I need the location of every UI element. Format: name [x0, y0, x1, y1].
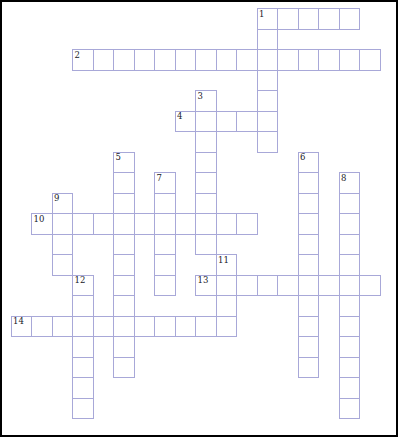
clue-number: 3 — [198, 92, 203, 101]
grid-cell[interactable] — [154, 193, 176, 215]
grid-cell[interactable] — [318, 275, 340, 297]
grid-cell[interactable] — [195, 131, 217, 153]
crossword-puzzle: 1234567891011121314 — [0, 0, 404, 440]
grid-cell[interactable] — [359, 275, 381, 297]
grid-cell[interactable] — [154, 234, 176, 256]
grid-cell[interactable] — [298, 357, 320, 379]
grid-cell[interactable] — [113, 234, 135, 256]
grid-cell[interactable] — [339, 275, 361, 297]
grid-cell[interactable] — [195, 316, 217, 338]
grid-cell[interactable] — [216, 49, 238, 71]
grid-cell[interactable] — [257, 29, 279, 51]
grid-cell[interactable] — [175, 49, 197, 71]
clue-number: 1 — [259, 10, 264, 19]
grid-cell[interactable] — [277, 275, 299, 297]
grid-cell[interactable]: 1 — [257, 8, 279, 30]
grid-cell[interactable] — [195, 234, 217, 256]
clue-number: 5 — [116, 153, 121, 162]
grid-cell[interactable] — [52, 254, 74, 276]
grid-cell[interactable] — [339, 193, 361, 215]
grid-cell[interactable] — [113, 295, 135, 317]
grid-cell[interactable]: 10 — [31, 213, 53, 235]
grid-cell[interactable] — [236, 213, 258, 235]
grid-cell[interactable] — [154, 275, 176, 297]
grid-cell[interactable] — [359, 49, 381, 71]
grid-cell[interactable] — [257, 111, 279, 133]
grid-cell[interactable] — [298, 49, 320, 71]
clue-number: 2 — [75, 51, 80, 60]
grid-cell[interactable] — [113, 49, 135, 71]
grid-cell[interactable] — [339, 295, 361, 317]
grid-cell[interactable] — [72, 295, 94, 317]
grid-cell[interactable] — [113, 316, 135, 338]
grid-cell[interactable]: 8 — [339, 172, 361, 194]
grid-cell[interactable] — [134, 49, 156, 71]
grid-cell[interactable] — [154, 49, 176, 71]
grid-cell[interactable] — [339, 8, 361, 30]
grid-cell[interactable]: 6 — [298, 152, 320, 174]
grid-cell[interactable] — [93, 213, 115, 235]
grid-cell[interactable] — [257, 90, 279, 112]
grid-cell[interactable]: 3 — [195, 90, 217, 112]
grid-cell[interactable] — [236, 49, 258, 71]
grid-cell[interactable]: 9 — [52, 193, 74, 215]
grid-cell[interactable] — [339, 254, 361, 276]
grid-cell[interactable]: 13 — [195, 275, 217, 297]
grid-cell[interactable] — [72, 398, 94, 420]
grid-cell[interactable] — [134, 213, 156, 235]
grid-cell[interactable] — [339, 377, 361, 399]
clue-number: 11 — [218, 256, 229, 265]
clue-number: 9 — [54, 194, 59, 203]
grid-cell[interactable] — [175, 213, 197, 235]
grid-cell[interactable] — [298, 8, 320, 30]
clue-number: 10 — [34, 215, 45, 224]
grid-cell[interactable] — [113, 275, 135, 297]
grid-cell[interactable] — [298, 172, 320, 194]
grid-cell[interactable] — [318, 8, 340, 30]
grid-cell[interactable] — [236, 275, 258, 297]
clue-number: 8 — [341, 174, 346, 183]
grid-cell[interactable] — [339, 398, 361, 420]
clue-number: 4 — [177, 112, 182, 121]
grid-cell[interactable] — [257, 131, 279, 153]
grid-cell[interactable] — [216, 213, 238, 235]
grid-cell[interactable] — [257, 275, 279, 297]
grid-cell[interactable] — [216, 111, 238, 133]
grid-cell[interactable] — [72, 213, 94, 235]
grid-cell[interactable] — [195, 172, 217, 194]
grid-cell[interactable] — [298, 275, 320, 297]
clue-number: 14 — [13, 317, 24, 326]
grid-cell[interactable] — [93, 316, 115, 338]
grid-cell[interactable] — [72, 316, 94, 338]
grid-cell[interactable] — [113, 336, 135, 358]
grid-cell[interactable] — [298, 213, 320, 235]
grid-cell[interactable] — [298, 336, 320, 358]
grid-cell[interactable] — [113, 357, 135, 379]
grid-cell[interactable] — [31, 316, 53, 338]
grid-cell[interactable] — [339, 357, 361, 379]
grid-cell[interactable]: 2 — [72, 49, 94, 71]
grid-cell[interactable] — [195, 193, 217, 215]
grid-cell[interactable] — [339, 213, 361, 235]
grid-cell[interactable] — [277, 49, 299, 71]
grid-cell[interactable]: 4 — [175, 111, 197, 133]
grid-cell[interactable] — [113, 254, 135, 276]
grid-cell[interactable] — [339, 336, 361, 358]
grid-cell[interactable] — [298, 316, 320, 338]
crossword-grid: 1234567891011121314 — [0, 0, 404, 440]
grid-cell[interactable] — [298, 254, 320, 276]
grid-cell[interactable] — [52, 316, 74, 338]
grid-cell[interactable] — [298, 234, 320, 256]
grid-cell[interactable] — [195, 152, 217, 174]
grid-cell[interactable]: 11 — [216, 254, 238, 276]
grid-cell[interactable] — [298, 295, 320, 317]
grid-cell[interactable] — [72, 357, 94, 379]
clue-number: 7 — [157, 174, 162, 183]
grid-cell[interactable] — [154, 254, 176, 276]
grid-cell[interactable] — [318, 49, 340, 71]
grid-cell[interactable] — [257, 70, 279, 92]
clue-number: 12 — [75, 276, 86, 285]
grid-cell[interactable] — [175, 316, 197, 338]
clue-number: 13 — [198, 276, 209, 285]
grid-cell[interactable] — [216, 295, 238, 317]
grid-cell[interactable] — [257, 49, 279, 71]
grid-cell[interactable] — [113, 172, 135, 194]
grid-cell[interactable] — [339, 49, 361, 71]
grid-cell[interactable] — [236, 111, 258, 133]
grid-cell[interactable] — [216, 275, 238, 297]
grid-cell[interactable]: 12 — [72, 275, 94, 297]
grid-cell[interactable] — [277, 8, 299, 30]
grid-cell[interactable] — [93, 49, 115, 71]
grid-cell[interactable] — [339, 316, 361, 338]
grid-cell[interactable] — [72, 377, 94, 399]
grid-cell[interactable] — [134, 316, 156, 338]
grid-cell[interactable] — [195, 49, 217, 71]
grid-cell[interactable]: 14 — [11, 316, 33, 338]
grid-cell[interactable] — [298, 193, 320, 215]
grid-cell[interactable] — [52, 234, 74, 256]
grid-cell[interactable]: 7 — [154, 172, 176, 194]
grid-cell[interactable]: 5 — [113, 152, 135, 174]
grid-cell[interactable] — [216, 316, 238, 338]
grid-cell[interactable] — [195, 213, 217, 235]
clue-number: 6 — [300, 153, 305, 162]
grid-cell[interactable] — [113, 193, 135, 215]
grid-cell[interactable] — [195, 111, 217, 133]
grid-cell[interactable] — [154, 213, 176, 235]
grid-cell[interactable] — [113, 213, 135, 235]
grid-cell[interactable] — [72, 336, 94, 358]
grid-cell[interactable] — [52, 213, 74, 235]
grid-cell[interactable] — [154, 316, 176, 338]
grid-cell[interactable] — [339, 234, 361, 256]
